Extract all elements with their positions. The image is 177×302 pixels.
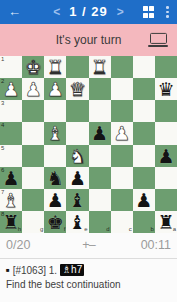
square-h3[interactable]: 3 [0,100,22,122]
puzzle-grid-icon[interactable] [143,6,155,18]
white-rook[interactable]: ♜ [44,56,66,78]
square-h5[interactable]: 5 [0,145,22,167]
square-f1[interactable]: ♜ [44,56,66,78]
square-d3[interactable] [89,100,111,122]
square-c5[interactable] [111,145,133,167]
square-a3[interactable] [155,100,177,122]
turn-text: It's your turn [56,33,122,47]
square-e1[interactable] [66,56,88,78]
square-e5[interactable]: ♞ [66,145,88,167]
square-c7[interactable] [111,189,133,211]
square-a2[interactable]: ♛ [155,78,177,100]
square-h2[interactable]: ♟2 [0,78,22,100]
bottom-panel: 0/20 +– 00:11 ■ [#1063] 1. ♗h7 Find the … [0,233,177,290]
white-king[interactable]: ♚ [22,56,44,78]
rank-label: 1 [1,56,4,63]
square-a4[interactable] [155,122,177,144]
square-g3[interactable] [22,100,44,122]
move-line: ■ [#1063] 1. ♗h7 [6,264,171,276]
rank-label: 6 [1,167,4,174]
square-a8[interactable]: ♜a [155,211,177,233]
white-pawn[interactable]: ♟ [22,78,44,100]
white-bishop[interactable]: ♝ [44,122,66,144]
square-b7[interactable]: ♟ [133,189,155,211]
black-knight[interactable]: ♞ [44,167,66,189]
white-queen[interactable]: ♛ [66,78,88,100]
black-pawn[interactable]: ♟ [133,189,155,211]
square-g5[interactable] [22,145,44,167]
square-f3[interactable] [44,100,66,122]
square-f2[interactable]: ♟ [44,78,66,100]
square-e3[interactable] [66,100,88,122]
divider [0,258,177,259]
file-label: a [173,226,176,233]
square-e2[interactable]: ♛ [66,78,88,100]
prev-puzzle-icon[interactable]: < [53,0,60,24]
black-pawn[interactable]: ♟ [155,145,177,167]
file-label: b [151,226,154,233]
square-g1[interactable]: ♚ [22,56,44,78]
square-h6[interactable]: ♟6 [0,167,22,189]
square-g4[interactable] [22,122,44,144]
next-puzzle-icon[interactable]: > [117,0,124,24]
square-f7[interactable]: ♟ [44,189,66,211]
square-b1[interactable] [133,56,155,78]
square-a1[interactable] [155,56,177,78]
rank-label: 2 [1,78,4,85]
square-h4[interactable]: 4 [0,122,22,144]
move-bullet-icon: ■ [6,265,10,275]
puzzle-pager: < 1 / 29 > [53,0,124,24]
square-d6[interactable] [89,167,111,189]
square-h7[interactable]: ♝7 [0,189,22,211]
square-f4[interactable]: ♝ [44,122,66,144]
square-f6[interactable]: ♞ [44,167,66,189]
square-b2[interactable] [133,78,155,100]
file-label: e [84,226,87,233]
square-g6[interactable] [22,167,44,189]
app-window: ← < 1 / 29 > It's your turn 1♚♜♜♟2♟♟♛♛34… [0,0,177,302]
top-bar: ← < 1 / 29 > [0,0,177,24]
black-bishop[interactable]: ♝ [66,189,88,211]
square-e7[interactable]: ♝ [66,189,88,211]
file-label: g [40,226,43,233]
square-a7[interactable] [155,189,177,211]
rank-label: 3 [1,100,4,107]
square-h8[interactable]: ♜8h [0,211,22,233]
black-queen[interactable]: ♛ [155,78,177,100]
square-d7[interactable] [89,189,111,211]
square-c4[interactable]: ♟ [111,122,133,144]
white-pawn[interactable]: ♟ [111,122,133,144]
file-label: f [64,226,66,233]
turn-banner: It's your turn [0,24,177,56]
timer: 00:11 [141,237,171,253]
square-b3[interactable] [133,100,155,122]
square-h1[interactable]: 1 [0,56,22,78]
score-counter: 0/20 [6,237,30,253]
square-d5[interactable] [89,145,111,167]
square-c3[interactable] [111,100,133,122]
square-f5[interactable] [44,145,66,167]
square-d4[interactable]: ♟ [89,122,111,144]
square-g2[interactable]: ♟ [22,78,44,100]
instruction-text: Find the best continuation [6,279,171,290]
square-b6[interactable] [133,167,155,189]
black-pawn[interactable]: ♟ [89,122,111,144]
top-bar-actions [143,0,170,24]
square-b8[interactable]: b [133,211,155,233]
square-d2[interactable] [89,78,111,100]
puzzle-id-and-move-number: [#1063] 1. [13,265,57,276]
file-label: c [129,226,132,233]
rank-label: 5 [1,145,4,152]
square-g8[interactable]: g [22,211,44,233]
square-g7[interactable] [22,189,44,211]
eval-toggle[interactable]: +– [82,237,94,253]
square-f8[interactable]: ♚f [44,211,66,233]
last-move-san[interactable]: ♗h7 [60,264,84,276]
white-rook[interactable]: ♜ [89,56,111,78]
computer-icon [148,33,168,47]
rank-label: 8 [1,211,4,218]
square-b4[interactable] [133,122,155,144]
white-pawn[interactable]: ♟ [44,78,66,100]
file-label: h [18,226,21,233]
puzzle-counter: 1 / 29 [69,0,108,24]
black-pawn[interactable]: ♟ [44,189,66,211]
square-e6[interactable]: ♟ [66,167,88,189]
file-label: d [106,226,109,233]
overflow-menu-icon[interactable] [165,4,170,20]
square-c8[interactable]: c [111,211,133,233]
back-icon[interactable]: ← [8,0,21,24]
black-pawn[interactable]: ♟ [66,167,88,189]
rank-label: 7 [1,189,4,196]
square-a5[interactable]: ♟ [155,145,177,167]
square-a6[interactable] [155,167,177,189]
rank-label: 4 [1,122,4,129]
stats-row: 0/20 +– 00:11 [6,237,171,253]
square-d8[interactable]: d [89,211,111,233]
square-b5[interactable] [133,145,155,167]
square-e8[interactable]: ♝e [66,211,88,233]
square-c2[interactable] [111,78,133,100]
white-knight[interactable]: ♞ [66,145,88,167]
square-c6[interactable] [111,167,133,189]
square-d1[interactable]: ♜ [89,56,111,78]
square-c1[interactable] [111,56,133,78]
chess-board[interactable]: 1♚♜♜♟2♟♟♛♛34♝♟♟5♞♟♟6♞♟♝7♟♝♟♜8hg♚f♝edcb♜a [0,56,177,233]
square-e4[interactable] [66,122,88,144]
